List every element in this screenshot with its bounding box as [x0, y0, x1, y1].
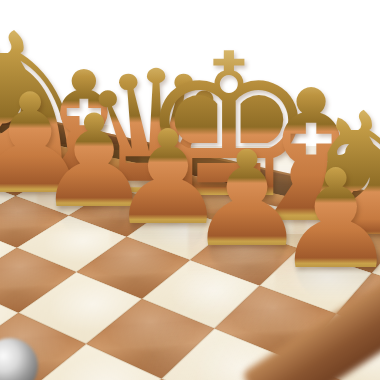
piece-white-pawn[interactable]: ♟	[268, 151, 380, 288]
chess-photo-scene: ♞♞♝♝♛♛♚♚♝♝♞♞♟♟♟♟♟♟♟♟♟♟	[0, 0, 380, 380]
pawn-glyph: ♟	[268, 151, 380, 288]
